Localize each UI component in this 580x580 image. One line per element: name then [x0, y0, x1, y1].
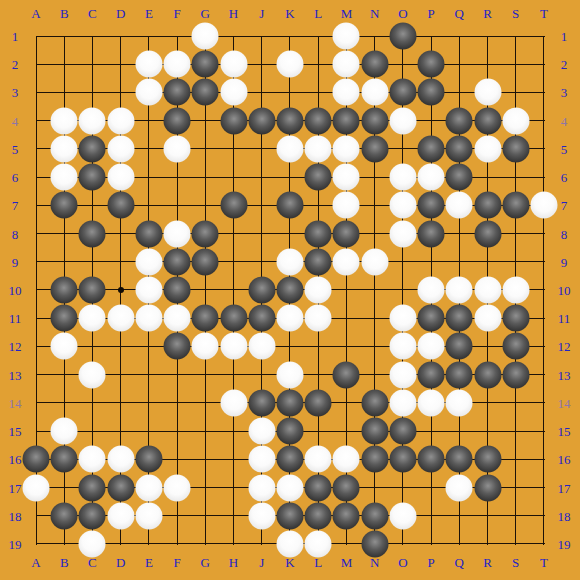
stone-white-O8[interactable] — [389, 220, 416, 247]
stone-black-J4[interactable] — [248, 107, 275, 134]
stone-black-N5[interactable] — [361, 135, 388, 162]
col-label-bottom-D: D — [116, 556, 125, 569]
stone-white-H3[interactable] — [220, 79, 247, 106]
stone-black-P16[interactable] — [418, 446, 445, 473]
stone-black-K14[interactable] — [276, 389, 303, 416]
stone-white-K13[interactable] — [276, 361, 303, 388]
stone-black-S7[interactable] — [502, 192, 529, 219]
stone-white-E2[interactable] — [135, 51, 162, 78]
stone-black-K4[interactable] — [276, 107, 303, 134]
stone-black-N14[interactable] — [361, 389, 388, 416]
stone-black-Q11[interactable] — [446, 305, 473, 332]
stone-white-Q14[interactable] — [446, 389, 473, 416]
stone-white-R5[interactable] — [474, 135, 501, 162]
row-label-right-17: 17 — [558, 481, 571, 494]
stone-black-H4[interactable] — [220, 107, 247, 134]
row-label-right-18: 18 — [558, 509, 571, 522]
stone-black-N16[interactable] — [361, 446, 388, 473]
stone-white-C4[interactable] — [79, 107, 106, 134]
stone-black-P3[interactable] — [418, 79, 445, 106]
row-label-right-15: 15 — [558, 425, 571, 438]
stone-black-P5[interactable] — [418, 135, 445, 162]
row-label-right-3: 3 — [561, 86, 568, 99]
stone-black-O1[interactable] — [389, 23, 416, 50]
stone-white-B6[interactable] — [51, 164, 78, 191]
stone-black-M13[interactable] — [333, 361, 360, 388]
stone-white-M2[interactable] — [333, 51, 360, 78]
row-label-right-1: 1 — [561, 30, 568, 43]
stone-white-B4[interactable] — [51, 107, 78, 134]
row-label-left-13: 13 — [9, 368, 22, 381]
stone-black-K18[interactable] — [276, 502, 303, 529]
row-label-left-16: 16 — [9, 453, 22, 466]
stone-black-P2[interactable] — [418, 51, 445, 78]
grid-hline — [36, 36, 545, 37]
col-label-bottom-R: R — [483, 556, 492, 569]
col-label-top-R: R — [483, 7, 492, 20]
row-label-right-10: 10 — [558, 283, 571, 296]
col-label-bottom-H: H — [229, 556, 238, 569]
stone-white-E10[interactable] — [135, 276, 162, 303]
stone-black-F10[interactable] — [164, 276, 191, 303]
stone-black-F9[interactable] — [164, 248, 191, 275]
stone-black-G11[interactable] — [192, 305, 219, 332]
row-label-right-9: 9 — [561, 255, 568, 268]
grid-vline — [205, 36, 206, 545]
stone-black-P13[interactable] — [418, 361, 445, 388]
stone-black-J10[interactable] — [248, 276, 275, 303]
stone-black-S13[interactable] — [502, 361, 529, 388]
stone-black-A16[interactable] — [23, 446, 50, 473]
stone-white-F17[interactable] — [164, 474, 191, 501]
col-label-top-T: T — [540, 7, 548, 20]
stone-white-N3[interactable] — [361, 79, 388, 106]
stone-black-G8[interactable] — [192, 220, 219, 247]
row-label-right-2: 2 — [561, 58, 568, 71]
stone-black-M8[interactable] — [333, 220, 360, 247]
stone-white-C19[interactable] — [79, 530, 106, 557]
stone-white-L19[interactable] — [305, 530, 332, 557]
stone-black-D17[interactable] — [107, 474, 134, 501]
col-label-bottom-F: F — [173, 556, 180, 569]
stone-black-P7[interactable] — [418, 192, 445, 219]
stone-white-C11[interactable] — [79, 305, 106, 332]
stone-black-C18[interactable] — [79, 502, 106, 529]
stone-black-S5[interactable] — [502, 135, 529, 162]
row-label-left-4: 4 — [12, 114, 19, 127]
col-label-top-F: F — [173, 7, 180, 20]
stone-white-B15[interactable] — [51, 418, 78, 445]
stone-black-B16[interactable] — [51, 446, 78, 473]
stone-white-M5[interactable] — [333, 135, 360, 162]
stone-black-C17[interactable] — [79, 474, 106, 501]
grid-hline — [36, 233, 545, 234]
stone-black-B7[interactable] — [51, 192, 78, 219]
stone-white-D6[interactable] — [107, 164, 134, 191]
stone-white-F8[interactable] — [164, 220, 191, 247]
stone-black-F3[interactable] — [164, 79, 191, 106]
stone-white-D4[interactable] — [107, 107, 134, 134]
stone-black-R13[interactable] — [474, 361, 501, 388]
row-label-right-13: 13 — [558, 368, 571, 381]
stone-black-R17[interactable] — [474, 474, 501, 501]
grid-vline — [543, 36, 544, 545]
col-label-top-M: M — [341, 7, 353, 20]
stone-white-D5[interactable] — [107, 135, 134, 162]
stone-white-R11[interactable] — [474, 305, 501, 332]
stone-white-T7[interactable] — [530, 192, 557, 219]
row-label-left-10: 10 — [9, 283, 22, 296]
row-label-left-8: 8 — [12, 227, 19, 240]
stone-white-O4[interactable] — [389, 107, 416, 134]
stone-black-L17[interactable] — [305, 474, 332, 501]
stone-white-J15[interactable] — [248, 418, 275, 445]
stone-white-F2[interactable] — [164, 51, 191, 78]
row-label-right-14: 14 — [558, 396, 571, 409]
stone-black-B11[interactable] — [51, 305, 78, 332]
stone-white-P6[interactable] — [418, 164, 445, 191]
stone-white-J17[interactable] — [248, 474, 275, 501]
stone-black-N15[interactable] — [361, 418, 388, 445]
stone-white-K5[interactable] — [276, 135, 303, 162]
stone-white-O14[interactable] — [389, 389, 416, 416]
stone-black-J11[interactable] — [248, 305, 275, 332]
stone-white-S10[interactable] — [502, 276, 529, 303]
stone-black-L14[interactable] — [305, 389, 332, 416]
row-label-right-4: 4 — [561, 114, 568, 127]
row-label-left-7: 7 — [12, 199, 19, 212]
stone-black-R4[interactable] — [474, 107, 501, 134]
stone-white-M9[interactable] — [333, 248, 360, 275]
row-label-left-5: 5 — [12, 142, 19, 155]
stone-black-Q5[interactable] — [446, 135, 473, 162]
stone-black-N4[interactable] — [361, 107, 388, 134]
stone-black-N18[interactable] — [361, 502, 388, 529]
stone-white-E17[interactable] — [135, 474, 162, 501]
col-label-top-O: O — [398, 7, 407, 20]
stone-white-D11[interactable] — [107, 305, 134, 332]
row-label-right-6: 6 — [561, 171, 568, 184]
star-point-D10 — [118, 287, 124, 293]
stone-black-E8[interactable] — [135, 220, 162, 247]
row-label-left-1: 1 — [12, 30, 19, 43]
stone-white-Q7[interactable] — [446, 192, 473, 219]
stone-white-C16[interactable] — [79, 446, 106, 473]
col-label-bottom-O: O — [398, 556, 407, 569]
col-label-bottom-T: T — [540, 556, 548, 569]
stone-black-H7[interactable] — [220, 192, 247, 219]
stone-black-N2[interactable] — [361, 51, 388, 78]
col-label-bottom-P: P — [427, 556, 434, 569]
stone-black-P11[interactable] — [418, 305, 445, 332]
col-label-bottom-Q: Q — [455, 556, 464, 569]
stone-white-P12[interactable] — [418, 333, 445, 360]
stone-black-R7[interactable] — [474, 192, 501, 219]
stone-white-K19[interactable] — [276, 530, 303, 557]
stone-white-M7[interactable] — [333, 192, 360, 219]
stone-black-D7[interactable] — [107, 192, 134, 219]
stone-white-O7[interactable] — [389, 192, 416, 219]
stone-black-P8[interactable] — [418, 220, 445, 247]
stone-white-E3[interactable] — [135, 79, 162, 106]
stone-black-H11[interactable] — [220, 305, 247, 332]
col-label-bottom-M: M — [341, 556, 353, 569]
row-label-right-8: 8 — [561, 227, 568, 240]
stone-white-O11[interactable] — [389, 305, 416, 332]
stone-white-L16[interactable] — [305, 446, 332, 473]
stone-black-L9[interactable] — [305, 248, 332, 275]
stone-black-Q6[interactable] — [446, 164, 473, 191]
row-label-left-18: 18 — [9, 509, 22, 522]
stone-black-M4[interactable] — [333, 107, 360, 134]
stone-black-R8[interactable] — [474, 220, 501, 247]
stone-black-G9[interactable] — [192, 248, 219, 275]
stone-black-Q4[interactable] — [446, 107, 473, 134]
col-label-top-B: B — [60, 7, 69, 20]
stone-white-G12[interactable] — [192, 333, 219, 360]
stone-white-R3[interactable] — [474, 79, 501, 106]
col-label-bottom-E: E — [145, 556, 153, 569]
stone-white-H2[interactable] — [220, 51, 247, 78]
row-label-left-3: 3 — [12, 86, 19, 99]
stone-black-R16[interactable] — [474, 446, 501, 473]
stone-black-M18[interactable] — [333, 502, 360, 529]
col-label-top-G: G — [201, 7, 210, 20]
row-label-left-6: 6 — [12, 171, 19, 184]
row-label-right-7: 7 — [561, 199, 568, 212]
stone-black-F4[interactable] — [164, 107, 191, 134]
stone-white-D18[interactable] — [107, 502, 134, 529]
row-label-right-19: 19 — [558, 537, 571, 550]
stone-white-M1[interactable] — [333, 23, 360, 50]
row-label-left-9: 9 — [12, 255, 19, 268]
row-label-left-12: 12 — [9, 340, 22, 353]
stone-black-C6[interactable] — [79, 164, 106, 191]
stone-white-K9[interactable] — [276, 248, 303, 275]
stone-white-M3[interactable] — [333, 79, 360, 106]
stone-white-H14[interactable] — [220, 389, 247, 416]
col-label-bottom-A: A — [31, 556, 40, 569]
go-board[interactable]: AABBCCDDEEFFGGHHJJKKLLMMNNOOPPQQRRSSTT11… — [0, 0, 580, 580]
stone-white-E9[interactable] — [135, 248, 162, 275]
stone-black-L4[interactable] — [305, 107, 332, 134]
stone-white-E18[interactable] — [135, 502, 162, 529]
stone-white-L5[interactable] — [305, 135, 332, 162]
stone-white-K11[interactable] — [276, 305, 303, 332]
row-label-left-2: 2 — [12, 58, 19, 71]
row-label-left-17: 17 — [9, 481, 22, 494]
stone-white-B12[interactable] — [51, 333, 78, 360]
col-label-bottom-J: J — [259, 556, 264, 569]
stone-black-O16[interactable] — [389, 446, 416, 473]
stone-black-S12[interactable] — [502, 333, 529, 360]
row-label-left-19: 19 — [9, 537, 22, 550]
stone-black-K15[interactable] — [276, 418, 303, 445]
stone-white-Q17[interactable] — [446, 474, 473, 501]
col-label-top-S: S — [512, 7, 519, 20]
stone-black-B10[interactable] — [51, 276, 78, 303]
stone-white-M16[interactable] — [333, 446, 360, 473]
stone-black-G2[interactable] — [192, 51, 219, 78]
stone-white-O6[interactable] — [389, 164, 416, 191]
stone-white-P14[interactable] — [418, 389, 445, 416]
col-label-top-E: E — [145, 7, 153, 20]
col-label-bottom-G: G — [201, 556, 210, 569]
stone-white-B5[interactable] — [51, 135, 78, 162]
row-label-right-16: 16 — [558, 453, 571, 466]
stone-white-M6[interactable] — [333, 164, 360, 191]
stone-black-L18[interactable] — [305, 502, 332, 529]
stone-white-K2[interactable] — [276, 51, 303, 78]
stone-black-C8[interactable] — [79, 220, 106, 247]
stone-white-F11[interactable] — [164, 305, 191, 332]
stone-white-H12[interactable] — [220, 333, 247, 360]
stone-black-E16[interactable] — [135, 446, 162, 473]
stone-white-F5[interactable] — [164, 135, 191, 162]
col-label-top-A: A — [31, 7, 40, 20]
stone-black-O15[interactable] — [389, 418, 416, 445]
stone-black-L8[interactable] — [305, 220, 332, 247]
stone-black-O3[interactable] — [389, 79, 416, 106]
col-label-top-K: K — [285, 7, 294, 20]
stone-white-N9[interactable] — [361, 248, 388, 275]
stone-white-J16[interactable] — [248, 446, 275, 473]
col-label-top-D: D — [116, 7, 125, 20]
col-label-top-J: J — [259, 7, 264, 20]
grid-hline — [36, 92, 545, 93]
col-label-top-C: C — [88, 7, 97, 20]
stone-black-B18[interactable] — [51, 502, 78, 529]
stone-white-P10[interactable] — [418, 276, 445, 303]
stone-white-D16[interactable] — [107, 446, 134, 473]
stone-black-C10[interactable] — [79, 276, 106, 303]
stone-black-C5[interactable] — [79, 135, 106, 162]
row-label-right-5: 5 — [561, 142, 568, 155]
stone-black-F12[interactable] — [164, 333, 191, 360]
col-label-top-P: P — [427, 7, 434, 20]
stone-black-S11[interactable] — [502, 305, 529, 332]
col-label-top-H: H — [229, 7, 238, 20]
stone-white-L10[interactable] — [305, 276, 332, 303]
stone-black-K7[interactable] — [276, 192, 303, 219]
stone-white-O13[interactable] — [389, 361, 416, 388]
stone-white-E11[interactable] — [135, 305, 162, 332]
stone-black-Q13[interactable] — [446, 361, 473, 388]
stone-black-M17[interactable] — [333, 474, 360, 501]
row-label-left-15: 15 — [9, 425, 22, 438]
col-label-top-Q: Q — [455, 7, 464, 20]
col-label-bottom-B: B — [60, 556, 69, 569]
row-label-right-11: 11 — [558, 312, 571, 325]
stone-white-O12[interactable] — [389, 333, 416, 360]
col-label-bottom-S: S — [512, 556, 519, 569]
stone-white-S4[interactable] — [502, 107, 529, 134]
stone-white-L11[interactable] — [305, 305, 332, 332]
stone-white-K17[interactable] — [276, 474, 303, 501]
col-label-top-L: L — [314, 7, 322, 20]
stone-white-J18[interactable] — [248, 502, 275, 529]
stone-white-G1[interactable] — [192, 23, 219, 50]
row-label-left-14: 14 — [9, 396, 22, 409]
stone-white-O18[interactable] — [389, 502, 416, 529]
stone-black-K16[interactable] — [276, 446, 303, 473]
stone-white-R10[interactable] — [474, 276, 501, 303]
stone-white-A17[interactable] — [23, 474, 50, 501]
stone-black-Q16[interactable] — [446, 446, 473, 473]
stone-black-K10[interactable] — [276, 276, 303, 303]
row-label-right-12: 12 — [558, 340, 571, 353]
stone-white-Q10[interactable] — [446, 276, 473, 303]
stone-white-J12[interactable] — [248, 333, 275, 360]
stone-black-N19[interactable] — [361, 530, 388, 557]
col-label-top-N: N — [370, 7, 379, 20]
stone-black-Q12[interactable] — [446, 333, 473, 360]
stone-black-L6[interactable] — [305, 164, 332, 191]
stone-white-C13[interactable] — [79, 361, 106, 388]
row-label-left-11: 11 — [9, 312, 22, 325]
stone-black-G3[interactable] — [192, 79, 219, 106]
stone-black-J14[interactable] — [248, 389, 275, 416]
